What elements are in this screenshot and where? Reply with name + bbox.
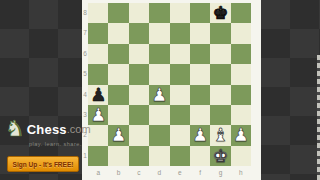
white-pawn: ♟ [108, 125, 128, 145]
white-king: ♚ [210, 146, 230, 166]
logo-text-chess: Chess [27, 122, 67, 137]
square-h2: ♟ [231, 125, 251, 145]
square-c8 [129, 3, 149, 23]
square-d3 [149, 105, 169, 125]
square-g4 [210, 85, 230, 105]
square-b6 [108, 44, 128, 64]
white-pawn: ♟ [190, 125, 210, 145]
square-b7 [108, 23, 128, 43]
square-f3 [190, 105, 210, 125]
white-pawn: ♟ [88, 105, 108, 125]
square-e5 [170, 64, 190, 84]
square-b3 [108, 105, 128, 125]
file-label-f: f [190, 167, 210, 178]
board-grid: ♚♟♟♟♟♟♝♟♚ [88, 3, 251, 166]
square-b4 [108, 85, 128, 105]
square-g1: ♚ [210, 146, 230, 166]
square-a1 [88, 146, 108, 166]
square-a4: ♟ [88, 85, 108, 105]
file-label-a: a [88, 167, 108, 178]
file-labels: abcdefgh [88, 167, 251, 178]
file-label-b: b [108, 167, 128, 178]
square-d5 [149, 64, 169, 84]
square-d4: ♟ [149, 85, 169, 105]
logo-tagline: play. learn. share. [29, 141, 82, 147]
square-g5 [210, 64, 230, 84]
square-g3 [210, 105, 230, 125]
square-a8 [88, 3, 108, 23]
square-f7 [190, 23, 210, 43]
square-e3 [170, 105, 190, 125]
square-c4 [129, 85, 149, 105]
square-f5 [190, 64, 210, 84]
white-pawn: ♟ [149, 85, 169, 105]
square-h4 [231, 85, 251, 105]
square-b5 [108, 64, 128, 84]
square-f1 [190, 146, 210, 166]
file-label-d: d [149, 167, 169, 178]
square-d8 [149, 3, 169, 23]
square-b8 [108, 3, 128, 23]
chesscom-logo[interactable]: ♞ Chess .com [5, 115, 91, 143]
square-f8 [190, 3, 210, 23]
square-d6 [149, 44, 169, 64]
square-c2 [129, 125, 149, 145]
logo-text-com: .com [67, 123, 91, 135]
square-a7 [88, 23, 108, 43]
chess-board-panel: 87654321 ♚♟♟♟♟♟♝♟♚ abcdefgh [82, 0, 261, 180]
square-g6 [210, 44, 230, 64]
square-f4 [190, 85, 210, 105]
square-f2: ♟ [190, 125, 210, 145]
square-b1 [108, 146, 128, 166]
square-h5 [231, 64, 251, 84]
signup-button[interactable]: Sign Up - It's FREE! [7, 156, 79, 172]
square-f6 [190, 44, 210, 64]
file-label-g: g [210, 167, 230, 178]
file-label-e: e [170, 167, 190, 178]
square-c3 [129, 105, 149, 125]
square-b2: ♟ [108, 125, 128, 145]
knight-logo-icon: ♞ [5, 116, 25, 142]
square-c7 [129, 23, 149, 43]
square-g8: ♚ [210, 3, 230, 23]
square-c5 [129, 64, 149, 84]
square-a2 [88, 125, 108, 145]
square-e1 [170, 146, 190, 166]
file-label-c: c [129, 167, 149, 178]
black-pawn: ♟ [88, 85, 108, 105]
square-a3: ♟ [88, 105, 108, 125]
black-king: ♚ [210, 3, 230, 23]
square-d7 [149, 23, 169, 43]
square-e6 [170, 44, 190, 64]
square-g7 [210, 23, 230, 43]
square-c1 [129, 146, 149, 166]
square-c6 [129, 44, 149, 64]
square-h8 [231, 3, 251, 23]
square-g2: ♝ [210, 125, 230, 145]
square-a6 [88, 44, 108, 64]
square-a5 [88, 64, 108, 84]
square-d2 [149, 125, 169, 145]
square-h7 [231, 23, 251, 43]
square-e4 [170, 85, 190, 105]
square-e7 [170, 23, 190, 43]
white-pawn: ♟ [231, 125, 251, 145]
square-e2 [170, 125, 190, 145]
square-h3 [231, 105, 251, 125]
square-h6 [231, 44, 251, 64]
white-bishop: ♝ [210, 125, 230, 145]
square-d1 [149, 146, 169, 166]
file-label-h: h [231, 167, 251, 178]
square-h1 [231, 146, 251, 166]
square-e8 [170, 3, 190, 23]
